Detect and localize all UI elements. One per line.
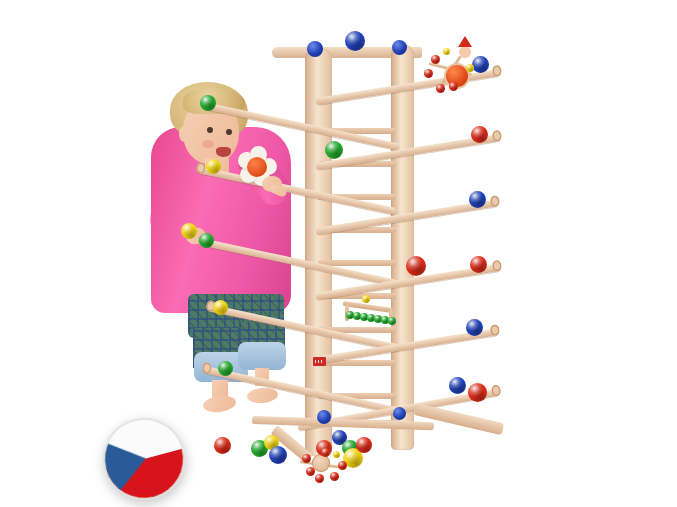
product-photo-scene [0,0,677,507]
child-left-hand-fingers [269,183,288,198]
